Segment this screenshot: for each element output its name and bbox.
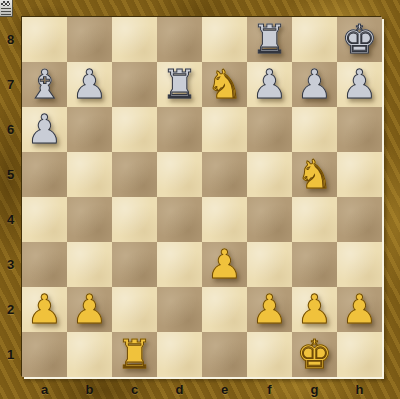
square-b8[interactable] xyxy=(67,17,112,62)
square-b1[interactable] xyxy=(67,332,112,377)
file-label-e: e xyxy=(202,379,247,399)
square-a2[interactable]: ♟ xyxy=(22,287,67,332)
black-bishop[interactable]: ♝ xyxy=(22,62,67,107)
square-f5[interactable] xyxy=(247,152,292,197)
square-d4[interactable] xyxy=(157,197,202,242)
square-c2[interactable] xyxy=(112,287,157,332)
square-c4[interactable] xyxy=(112,197,157,242)
square-g6[interactable] xyxy=(292,107,337,152)
square-f6[interactable] xyxy=(247,107,292,152)
white-knight[interactable]: ♞ xyxy=(202,62,247,107)
square-h7[interactable]: ♟ xyxy=(337,62,382,107)
white-king[interactable]: ♚ xyxy=(292,332,337,377)
square-a8[interactable] xyxy=(22,17,67,62)
square-b3[interactable] xyxy=(67,242,112,287)
square-b6[interactable] xyxy=(67,107,112,152)
square-g8[interactable] xyxy=(292,17,337,62)
app-list-icon xyxy=(0,0,13,17)
square-g7[interactable]: ♟ xyxy=(292,62,337,107)
white-pawn[interactable]: ♟ xyxy=(247,287,292,332)
rank-label-2: 2 xyxy=(0,287,21,332)
square-b7[interactable]: ♟ xyxy=(67,62,112,107)
square-c3[interactable] xyxy=(112,242,157,287)
file-label-a: a xyxy=(22,379,67,399)
square-d5[interactable] xyxy=(157,152,202,197)
square-h1[interactable] xyxy=(337,332,382,377)
square-f1[interactable] xyxy=(247,332,292,377)
square-a5[interactable] xyxy=(22,152,67,197)
white-pawn[interactable]: ♟ xyxy=(22,287,67,332)
file-label-h: h xyxy=(337,379,382,399)
file-label-g: g xyxy=(292,379,337,399)
square-e2[interactable] xyxy=(202,287,247,332)
square-h2[interactable]: ♟ xyxy=(337,287,382,332)
square-g3[interactable] xyxy=(292,242,337,287)
file-label-c: c xyxy=(112,379,157,399)
square-c5[interactable] xyxy=(112,152,157,197)
square-h3[interactable] xyxy=(337,242,382,287)
black-rook[interactable]: ♜ xyxy=(247,17,292,62)
square-c1[interactable]: ♜ xyxy=(112,332,157,377)
square-e6[interactable] xyxy=(202,107,247,152)
white-knight[interactable]: ♞ xyxy=(292,152,337,197)
square-a3[interactable] xyxy=(22,242,67,287)
square-d2[interactable] xyxy=(157,287,202,332)
rank-labels: 87654321 xyxy=(0,17,21,377)
square-e8[interactable] xyxy=(202,17,247,62)
square-a6[interactable]: ♟ xyxy=(22,107,67,152)
chess-app-window: 87654321 abcdefgh ♜♚♝♟♜♞♟♟♟♟♞♟♟♟♟♟♟♜♚ xyxy=(0,0,400,399)
black-pawn[interactable]: ♟ xyxy=(247,62,292,107)
file-label-b: b xyxy=(67,379,112,399)
rank-label-3: 3 xyxy=(0,242,21,287)
square-g2[interactable]: ♟ xyxy=(292,287,337,332)
square-e7[interactable]: ♞ xyxy=(202,62,247,107)
square-h8[interactable]: ♚ xyxy=(337,17,382,62)
square-c7[interactable] xyxy=(112,62,157,107)
square-h4[interactable] xyxy=(337,197,382,242)
white-rook[interactable]: ♜ xyxy=(112,332,157,377)
square-f7[interactable]: ♟ xyxy=(247,62,292,107)
rank-label-5: 5 xyxy=(0,152,21,197)
black-pawn[interactable]: ♟ xyxy=(22,107,67,152)
white-pawn[interactable]: ♟ xyxy=(337,287,382,332)
square-d3[interactable] xyxy=(157,242,202,287)
square-g1[interactable]: ♚ xyxy=(292,332,337,377)
rank-label-7: 7 xyxy=(0,62,21,107)
square-f4[interactable] xyxy=(247,197,292,242)
square-d6[interactable] xyxy=(157,107,202,152)
black-pawn[interactable]: ♟ xyxy=(337,62,382,107)
square-e1[interactable] xyxy=(202,332,247,377)
file-labels: abcdefgh xyxy=(22,379,382,399)
square-b2[interactable]: ♟ xyxy=(67,287,112,332)
rank-label-1: 1 xyxy=(0,332,21,377)
square-h5[interactable] xyxy=(337,152,382,197)
square-c8[interactable] xyxy=(112,17,157,62)
square-a4[interactable] xyxy=(22,197,67,242)
black-pawn[interactable]: ♟ xyxy=(292,62,337,107)
square-a7[interactable]: ♝ xyxy=(22,62,67,107)
board: ♜♚♝♟♜♞♟♟♟♟♞♟♟♟♟♟♟♜♚ xyxy=(22,17,382,377)
rank-label-8: 8 xyxy=(0,17,21,62)
square-b4[interactable] xyxy=(67,197,112,242)
black-king[interactable]: ♚ xyxy=(337,17,382,62)
square-c6[interactable] xyxy=(112,107,157,152)
black-pawn[interactable]: ♟ xyxy=(67,62,112,107)
square-f2[interactable]: ♟ xyxy=(247,287,292,332)
file-label-f: f xyxy=(247,379,292,399)
white-pawn[interactable]: ♟ xyxy=(292,287,337,332)
file-label-d: d xyxy=(157,379,202,399)
black-rook[interactable]: ♜ xyxy=(157,62,202,107)
square-g4[interactable] xyxy=(292,197,337,242)
square-d7[interactable]: ♜ xyxy=(157,62,202,107)
rank-label-6: 6 xyxy=(0,107,21,152)
white-pawn[interactable]: ♟ xyxy=(202,242,247,287)
square-g5[interactable]: ♞ xyxy=(292,152,337,197)
white-pawn[interactable]: ♟ xyxy=(67,287,112,332)
square-h6[interactable] xyxy=(337,107,382,152)
square-d8[interactable] xyxy=(157,17,202,62)
square-d1[interactable] xyxy=(157,332,202,377)
square-b5[interactable] xyxy=(67,152,112,197)
square-f3[interactable] xyxy=(247,242,292,287)
square-e4[interactable] xyxy=(202,197,247,242)
square-a1[interactable] xyxy=(22,332,67,377)
square-e5[interactable] xyxy=(202,152,247,197)
square-e3[interactable]: ♟ xyxy=(202,242,247,287)
rank-label-4: 4 xyxy=(0,197,21,242)
square-f8[interactable]: ♜ xyxy=(247,17,292,62)
